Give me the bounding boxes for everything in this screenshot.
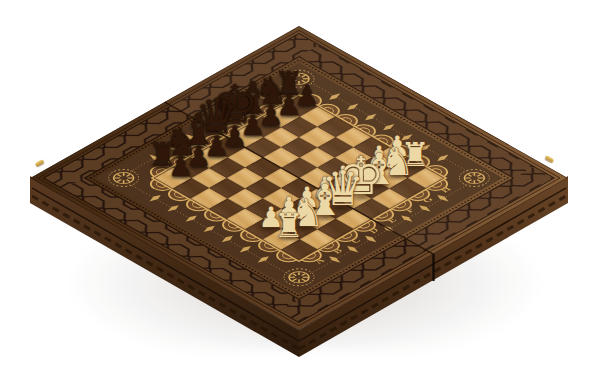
piece-black-pawn-a7: ♟ <box>153 153 209 181</box>
product-photo-stage: ABCDEFGH ♜♞♝♛♚♝♞♜♟♟♟♟♟♟♟♟♟♟♟♟♟♟♟♟♜♞♝♛♚♝♞… <box>0 0 600 380</box>
pieces-layer: ♜♞♝♛♚♝♞♜♟♟♟♟♟♟♟♟♟♟♟♟♟♟♟♟♜♞♝♛♚♝♞♜ <box>0 0 600 380</box>
piece-white-rook-a1: ♜ <box>261 209 317 242</box>
